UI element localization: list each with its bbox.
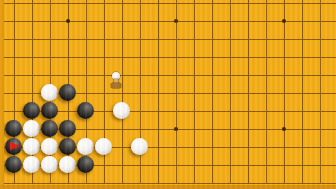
stone-white-C2 <box>41 156 58 173</box>
star-point <box>66 19 70 23</box>
stone-black-C4 <box>41 120 58 137</box>
grid-line-v-16 <box>284 0 285 184</box>
star-point <box>282 127 286 131</box>
go-board[interactable] <box>0 0 336 189</box>
grid-line-v-17 <box>302 0 303 184</box>
star-point <box>282 19 286 23</box>
stone-black-E2 <box>77 156 94 173</box>
stone-white-B4 <box>23 120 40 137</box>
grid-line-v-8 <box>140 0 141 184</box>
grid-line-v-7 <box>122 0 123 184</box>
stone-white-C6 <box>41 84 58 101</box>
stone-white-D2 <box>59 156 76 173</box>
stone-black-A4 <box>5 120 22 137</box>
stone-black-D6 <box>59 84 76 101</box>
grid-line-v-11 <box>194 0 195 184</box>
stone-white-B3 <box>23 138 40 155</box>
stone-black-C5 <box>41 102 58 119</box>
cursor-stand-base <box>111 83 121 88</box>
stone-black-B5 <box>23 102 40 119</box>
grid-line-v-18 <box>320 0 321 184</box>
grid-line-v-10 <box>176 0 177 184</box>
stone-white-F3 <box>95 138 112 155</box>
star-point <box>174 19 178 23</box>
last-move-marker <box>10 142 20 150</box>
stone-white-G5 <box>113 102 130 119</box>
grid-line-v-15 <box>266 0 267 184</box>
white-stone-cursor-icon <box>110 72 122 89</box>
grid-line-v-9 <box>158 0 159 184</box>
stone-black-D3 <box>59 138 76 155</box>
grid-line-v-13 <box>230 0 231 184</box>
grid-line-v-14 <box>248 0 249 184</box>
board-bottom-edge-shade <box>0 185 336 189</box>
stone-white-C3 <box>41 138 58 155</box>
stone-black-D4 <box>59 120 76 137</box>
grid-line-v-6 <box>104 0 105 184</box>
stone-white-H3 <box>131 138 148 155</box>
stone-white-E3 <box>77 138 94 155</box>
grid-line-v-12 <box>212 0 213 184</box>
go-app-screenshot <box>0 0 336 189</box>
stone-black-A2 <box>5 156 22 173</box>
stone-white-B2 <box>23 156 40 173</box>
board-left-edge-shade <box>0 0 4 185</box>
star-point <box>174 127 178 131</box>
stone-black-E5 <box>77 102 94 119</box>
